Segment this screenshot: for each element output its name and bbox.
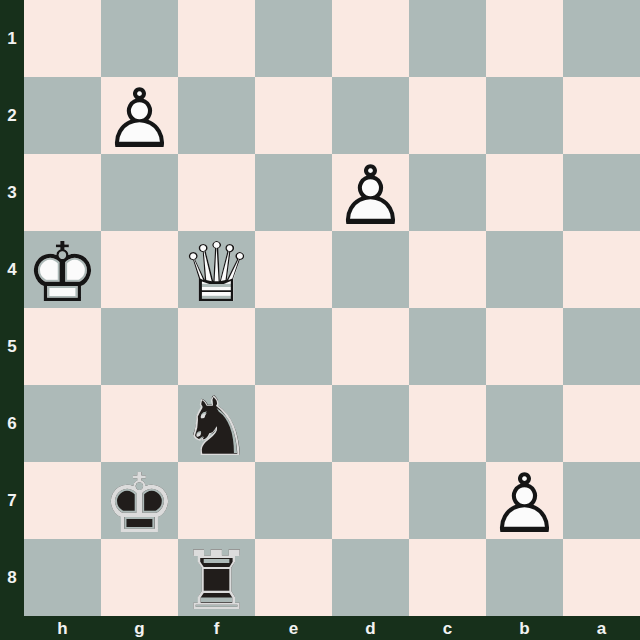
square-b3[interactable] — [486, 154, 563, 231]
square-d3[interactable]: ♟♙ — [332, 154, 409, 231]
square-e3[interactable] — [255, 154, 332, 231]
rank-label-1: 1 — [0, 0, 24, 77]
file-label-b: b — [486, 616, 563, 640]
square-b1[interactable] — [486, 0, 563, 77]
white-king[interactable]: ♚♔ — [24, 231, 101, 308]
square-h1[interactable] — [24, 0, 101, 77]
square-c2[interactable] — [409, 77, 486, 154]
black-king[interactable]: ♚♔ — [101, 462, 178, 539]
file-label-f: f — [178, 616, 255, 640]
square-g6[interactable] — [101, 385, 178, 462]
square-g3[interactable] — [101, 154, 178, 231]
square-a1[interactable] — [563, 0, 640, 77]
file-label-h: h — [24, 616, 101, 640]
square-g4[interactable] — [101, 231, 178, 308]
square-h6[interactable] — [24, 385, 101, 462]
square-a6[interactable] — [563, 385, 640, 462]
black-rook-icon: ♜ — [178, 542, 255, 619]
rank-label-5: 5 — [0, 308, 24, 385]
square-h4[interactable]: ♚♔ — [24, 231, 101, 308]
file-label-c: c — [409, 616, 486, 640]
square-h8[interactable] — [24, 539, 101, 616]
chess-diagram: 12♟♙3♟♙4♚♔♛♕56♞♘7♚♔♟♙8♜♖hgfedcba — [0, 0, 640, 640]
square-a3[interactable] — [563, 154, 640, 231]
square-f1[interactable] — [178, 0, 255, 77]
white-queen-icon: ♛ — [178, 234, 255, 311]
square-e8[interactable] — [255, 539, 332, 616]
file-label-e: e — [255, 616, 332, 640]
black-king-icon: ♚ — [101, 465, 178, 542]
square-e6[interactable] — [255, 385, 332, 462]
square-c4[interactable] — [409, 231, 486, 308]
square-e5[interactable] — [255, 308, 332, 385]
square-a7[interactable] — [563, 462, 640, 539]
square-f6[interactable]: ♞♘ — [178, 385, 255, 462]
square-h3[interactable] — [24, 154, 101, 231]
square-b5[interactable] — [486, 308, 563, 385]
square-b6[interactable] — [486, 385, 563, 462]
file-label-a: a — [563, 616, 640, 640]
board-corner — [0, 616, 24, 640]
square-b8[interactable] — [486, 539, 563, 616]
square-e2[interactable] — [255, 77, 332, 154]
square-e1[interactable] — [255, 0, 332, 77]
black-knight-outline-icon: ♘ — [178, 388, 255, 465]
square-d7[interactable] — [332, 462, 409, 539]
white-pawn-outline-icon: ♙ — [101, 80, 178, 157]
white-pawn-icon: ♟ — [486, 465, 563, 542]
rank-label-4: 4 — [0, 231, 24, 308]
square-f2[interactable] — [178, 77, 255, 154]
square-b2[interactable] — [486, 77, 563, 154]
square-e4[interactable] — [255, 231, 332, 308]
rank-label-8: 8 — [0, 539, 24, 616]
white-pawn[interactable]: ♟♙ — [101, 77, 178, 154]
square-e7[interactable] — [255, 462, 332, 539]
square-g2[interactable]: ♟♙ — [101, 77, 178, 154]
black-knight[interactable]: ♞♘ — [178, 385, 255, 462]
square-f3[interactable] — [178, 154, 255, 231]
square-d5[interactable] — [332, 308, 409, 385]
square-f7[interactable] — [178, 462, 255, 539]
chess-board: 12♟♙3♟♙4♚♔♛♕56♞♘7♚♔♟♙8♜♖hgfedcba — [0, 0, 640, 640]
rank-label-6: 6 — [0, 385, 24, 462]
square-d8[interactable] — [332, 539, 409, 616]
square-g5[interactable] — [101, 308, 178, 385]
square-g1[interactable] — [101, 0, 178, 77]
square-d6[interactable] — [332, 385, 409, 462]
square-b4[interactable] — [486, 231, 563, 308]
square-d1[interactable] — [332, 0, 409, 77]
square-a8[interactable] — [563, 539, 640, 616]
square-g8[interactable] — [101, 539, 178, 616]
square-c6[interactable] — [409, 385, 486, 462]
square-c8[interactable] — [409, 539, 486, 616]
square-a5[interactable] — [563, 308, 640, 385]
rank-label-7: 7 — [0, 462, 24, 539]
square-c7[interactable] — [409, 462, 486, 539]
white-queen-outline-icon: ♕ — [178, 234, 255, 311]
file-label-d: d — [332, 616, 409, 640]
white-queen[interactable]: ♛♕ — [178, 231, 255, 308]
square-d2[interactable] — [332, 77, 409, 154]
rank-label-2: 2 — [0, 77, 24, 154]
black-rook[interactable]: ♜♖ — [178, 539, 255, 616]
file-label-g: g — [101, 616, 178, 640]
square-d4[interactable] — [332, 231, 409, 308]
white-pawn-outline-icon: ♙ — [332, 157, 409, 234]
black-rook-outline-icon: ♖ — [178, 542, 255, 619]
square-c5[interactable] — [409, 308, 486, 385]
square-g7[interactable]: ♚♔ — [101, 462, 178, 539]
white-pawn[interactable]: ♟♙ — [486, 462, 563, 539]
square-a4[interactable] — [563, 231, 640, 308]
rank-label-3: 3 — [0, 154, 24, 231]
square-b7[interactable]: ♟♙ — [486, 462, 563, 539]
black-king-outline-icon: ♔ — [101, 465, 178, 542]
square-h7[interactable] — [24, 462, 101, 539]
square-c3[interactable] — [409, 154, 486, 231]
white-pawn-icon: ♟ — [101, 80, 178, 157]
square-f8[interactable]: ♜♖ — [178, 539, 255, 616]
square-h2[interactable] — [24, 77, 101, 154]
white-king-outline-icon: ♔ — [24, 234, 101, 311]
white-king-icon: ♚ — [24, 234, 101, 311]
square-f4[interactable]: ♛♕ — [178, 231, 255, 308]
white-pawn[interactable]: ♟♙ — [332, 154, 409, 231]
square-a2[interactable] — [563, 77, 640, 154]
square-f5[interactable] — [178, 308, 255, 385]
square-c1[interactable] — [409, 0, 486, 77]
white-pawn-icon: ♟ — [332, 157, 409, 234]
white-pawn-outline-icon: ♙ — [486, 465, 563, 542]
black-knight-icon: ♞ — [178, 388, 255, 465]
square-h5[interactable] — [24, 308, 101, 385]
